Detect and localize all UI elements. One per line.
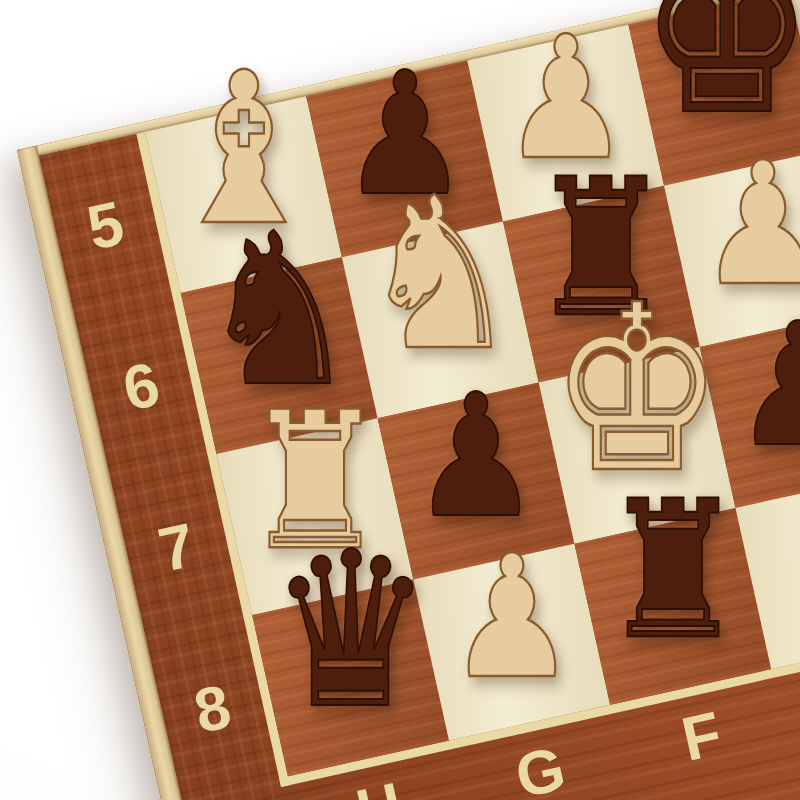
piece-light-knight-g6[interactable]: ♞	[360, 170, 520, 380]
piece-dark-queen-h8[interactable]: ♛	[269, 523, 433, 738]
piece-dark-pawn-e7[interactable]: ♟	[733, 300, 800, 470]
piece-light-pawn-g8[interactable]: ♟	[447, 532, 577, 702]
product-photo-stage: 5678 HGFE ♝♟♟♚♞♞♜♟♜♟♚♟♛♟♜	[0, 0, 800, 800]
piece-dark-rook-f8[interactable]: ♜	[601, 476, 746, 666]
